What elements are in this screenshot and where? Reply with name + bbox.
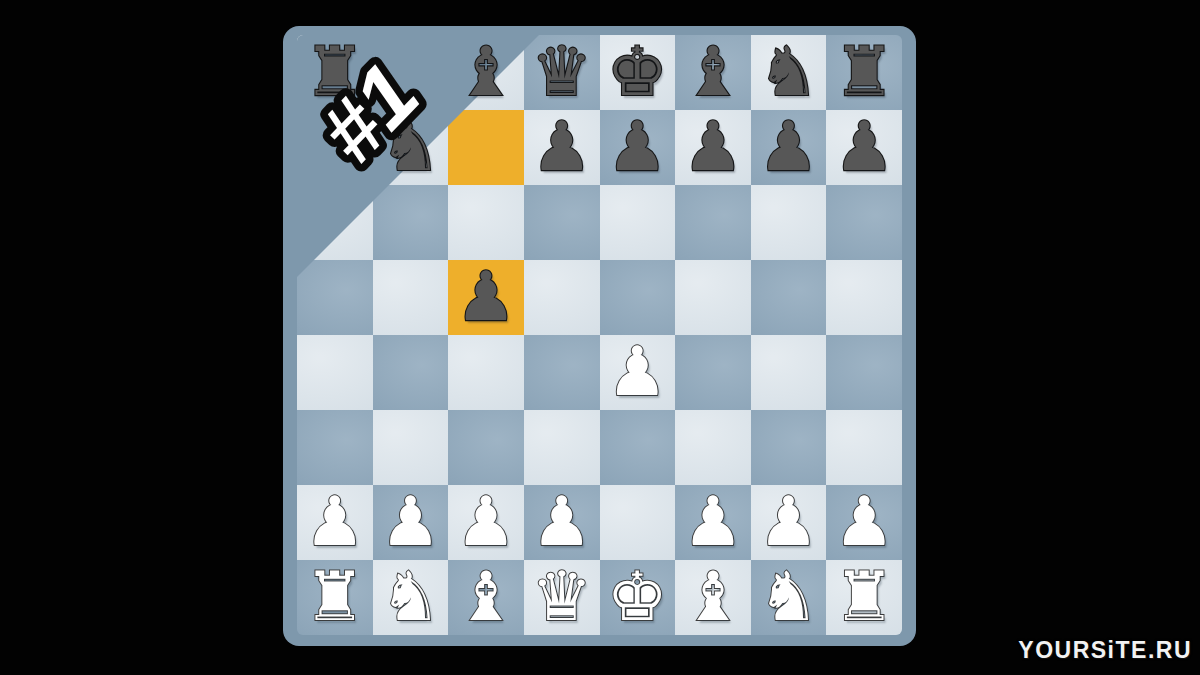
watermark-text: YOURSiTE.RU xyxy=(1018,637,1192,664)
square-g2[interactable]: ♟ xyxy=(751,485,827,560)
black-pawn-e7[interactable]: ♟ xyxy=(600,109,676,184)
square-h1[interactable]: ♜ xyxy=(826,560,902,635)
white-pawn-e4[interactable]: ♟ xyxy=(600,334,676,409)
square-d2[interactable]: ♟ xyxy=(524,485,600,560)
badge-number-label: #1 xyxy=(301,45,437,181)
square-d5[interactable] xyxy=(524,260,600,335)
black-pawn-f7[interactable]: ♟ xyxy=(675,109,751,184)
white-rook-h1[interactable]: ♜ xyxy=(826,559,902,634)
square-f5[interactable] xyxy=(675,260,751,335)
square-e4[interactable]: ♟ xyxy=(600,335,676,410)
black-king-e8[interactable]: ♚ xyxy=(600,35,676,109)
square-e7[interactable]: ♟ xyxy=(600,110,676,185)
square-d4[interactable] xyxy=(524,335,600,410)
white-pawn-f2[interactable]: ♟ xyxy=(675,484,751,559)
chess-board-frame: ♜♝♛♚♝♞♜♞♟♟♟♟♟♟♟♟♟♟♟♟♟♟♜♞♝♛♚♝♞♜ #1 xyxy=(283,26,916,646)
black-rook-h8[interactable]: ♜ xyxy=(826,35,902,109)
square-a4[interactable] xyxy=(297,335,373,410)
black-pawn-d7[interactable]: ♟ xyxy=(524,109,600,184)
white-pawn-a2[interactable]: ♟ xyxy=(297,484,373,559)
white-bishop-c1[interactable]: ♝ xyxy=(448,559,524,634)
square-a2[interactable]: ♟ xyxy=(297,485,373,560)
square-h3[interactable] xyxy=(826,410,902,485)
square-d7[interactable]: ♟ xyxy=(524,110,600,185)
square-g1[interactable]: ♞ xyxy=(751,560,827,635)
square-h6[interactable] xyxy=(826,185,902,260)
square-g5[interactable] xyxy=(751,260,827,335)
square-d3[interactable] xyxy=(524,410,600,485)
square-e3[interactable] xyxy=(600,410,676,485)
square-f1[interactable]: ♝ xyxy=(675,560,751,635)
square-b4[interactable] xyxy=(373,335,449,410)
square-f4[interactable] xyxy=(675,335,751,410)
square-h4[interactable] xyxy=(826,335,902,410)
white-knight-b1[interactable]: ♞ xyxy=(373,559,449,634)
square-e5[interactable] xyxy=(600,260,676,335)
square-b3[interactable] xyxy=(373,410,449,485)
square-e2[interactable] xyxy=(600,485,676,560)
square-c5[interactable]: ♟ xyxy=(448,260,524,335)
square-b5[interactable] xyxy=(373,260,449,335)
background: ♜♝♛♚♝♞♜♞♟♟♟♟♟♟♟♟♟♟♟♟♟♟♜♞♝♛♚♝♞♜ #1 YOURSi… xyxy=(0,0,1200,675)
white-rook-a1[interactable]: ♜ xyxy=(297,559,373,634)
square-c2[interactable]: ♟ xyxy=(448,485,524,560)
square-d8[interactable]: ♛ xyxy=(524,35,600,110)
square-f6[interactable] xyxy=(675,185,751,260)
black-knight-g8[interactable]: ♞ xyxy=(751,35,827,109)
white-pawn-b2[interactable]: ♟ xyxy=(373,484,449,559)
white-bishop-f1[interactable]: ♝ xyxy=(675,559,751,634)
square-c1[interactable]: ♝ xyxy=(448,560,524,635)
square-f7[interactable]: ♟ xyxy=(675,110,751,185)
white-knight-g1[interactable]: ♞ xyxy=(751,559,827,634)
black-bishop-f8[interactable]: ♝ xyxy=(675,35,751,109)
square-d1[interactable]: ♛ xyxy=(524,560,600,635)
square-d6[interactable] xyxy=(524,185,600,260)
square-h8[interactable]: ♜ xyxy=(826,35,902,110)
square-e8[interactable]: ♚ xyxy=(600,35,676,110)
white-pawn-c2[interactable]: ♟ xyxy=(448,484,524,559)
white-pawn-g2[interactable]: ♟ xyxy=(751,484,827,559)
square-a1[interactable]: ♜ xyxy=(297,560,373,635)
square-c3[interactable] xyxy=(448,410,524,485)
square-f2[interactable]: ♟ xyxy=(675,485,751,560)
square-b1[interactable]: ♞ xyxy=(373,560,449,635)
square-a3[interactable] xyxy=(297,410,373,485)
square-g7[interactable]: ♟ xyxy=(751,110,827,185)
square-f8[interactable]: ♝ xyxy=(675,35,751,110)
corner-number-badge: #1 xyxy=(289,27,529,267)
black-pawn-c5[interactable]: ♟ xyxy=(448,259,524,334)
black-queen-d8[interactable]: ♛ xyxy=(524,35,600,109)
white-queen-d1[interactable]: ♛ xyxy=(524,559,600,634)
white-king-e1[interactable]: ♚ xyxy=(600,559,676,634)
black-pawn-g7[interactable]: ♟ xyxy=(751,109,827,184)
square-f3[interactable] xyxy=(675,410,751,485)
square-h5[interactable] xyxy=(826,260,902,335)
square-h2[interactable]: ♟ xyxy=(826,485,902,560)
square-b2[interactable]: ♟ xyxy=(373,485,449,560)
square-a5[interactable] xyxy=(297,260,373,335)
square-c4[interactable] xyxy=(448,335,524,410)
square-e1[interactable]: ♚ xyxy=(600,560,676,635)
black-pawn-h7[interactable]: ♟ xyxy=(826,109,902,184)
white-pawn-h2[interactable]: ♟ xyxy=(826,484,902,559)
square-h7[interactable]: ♟ xyxy=(826,110,902,185)
square-g3[interactable] xyxy=(751,410,827,485)
white-pawn-d2[interactable]: ♟ xyxy=(524,484,600,559)
square-g4[interactable] xyxy=(751,335,827,410)
square-e6[interactable] xyxy=(600,185,676,260)
square-g8[interactable]: ♞ xyxy=(751,35,827,110)
square-g6[interactable] xyxy=(751,185,827,260)
